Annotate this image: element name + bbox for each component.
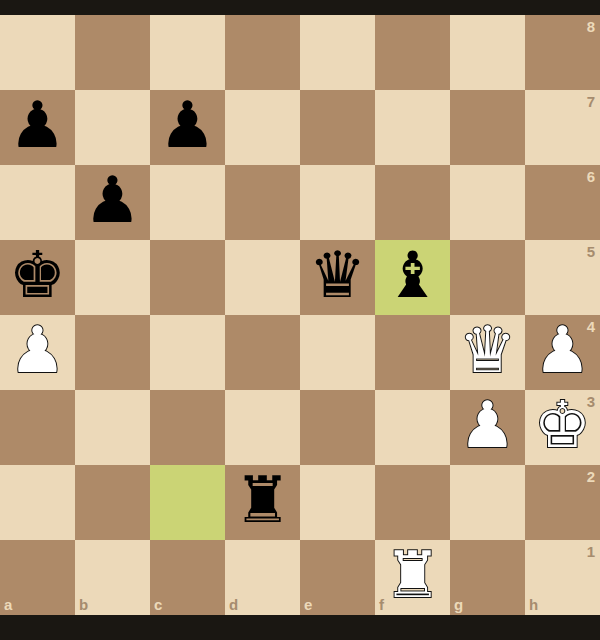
file-label-e: e [304,597,312,612]
white-pawn-icon[interactable]: ♟ [9,313,66,388]
rank-label-2: 2 [587,469,595,484]
square-f5[interactable]: ♝ [375,240,450,315]
square-c1[interactable]: c [150,540,225,615]
square-g3[interactable]: ♟ [450,390,525,465]
square-g1[interactable]: g [450,540,525,615]
square-g6[interactable] [450,165,525,240]
square-d4[interactable] [225,315,300,390]
rank-label-1: 1 [587,544,595,559]
black-queen-icon[interactable]: ♛ [309,238,366,313]
black-pawn-icon[interactable]: ♟ [84,163,141,238]
square-d1[interactable]: d [225,540,300,615]
square-f2[interactable] [375,465,450,540]
white-queen-icon[interactable]: ♛ [459,313,516,388]
square-b7[interactable] [75,90,150,165]
square-c8[interactable] [150,15,225,90]
square-b1[interactable]: b [75,540,150,615]
file-label-c: c [154,597,162,612]
square-c3[interactable] [150,390,225,465]
square-e1[interactable]: e [300,540,375,615]
square-d3[interactable] [225,390,300,465]
board-frame-top [0,0,600,15]
square-b8[interactable] [75,15,150,90]
square-e4[interactable] [300,315,375,390]
square-c5[interactable] [150,240,225,315]
square-b6[interactable]: ♟ [75,165,150,240]
square-g5[interactable] [450,240,525,315]
rank-label-7: 7 [587,94,595,109]
square-d8[interactable] [225,15,300,90]
square-d2[interactable]: ♜ [225,465,300,540]
square-h7[interactable]: 7 [525,90,600,165]
black-pawn-icon[interactable]: ♟ [159,88,216,163]
black-pawn-icon[interactable]: ♟ [9,88,66,163]
square-b4[interactable] [75,315,150,390]
rank-label-8: 8 [587,19,595,34]
square-h4[interactable]: 4♟ [525,315,600,390]
square-h5[interactable]: 5 [525,240,600,315]
square-e8[interactable] [300,15,375,90]
board-frame-bottom [0,615,600,640]
square-e2[interactable] [300,465,375,540]
square-a1[interactable]: a [0,540,75,615]
square-c7[interactable]: ♟ [150,90,225,165]
square-h6[interactable]: 6 [525,165,600,240]
white-rook-icon[interactable]: ♜ [384,538,441,613]
square-d7[interactable] [225,90,300,165]
file-label-b: b [79,597,88,612]
file-label-a: a [4,597,12,612]
square-c6[interactable] [150,165,225,240]
white-pawn-icon[interactable]: ♟ [459,388,516,463]
black-king-icon[interactable]: ♚ [9,238,66,313]
white-king-icon[interactable]: ♚ [534,388,591,463]
square-d5[interactable] [225,240,300,315]
square-a5[interactable]: ♚ [0,240,75,315]
square-e6[interactable] [300,165,375,240]
square-a8[interactable] [0,15,75,90]
rank-label-5: 5 [587,244,595,259]
square-h2[interactable]: 2 [525,465,600,540]
square-g7[interactable] [450,90,525,165]
file-label-g: g [454,597,463,612]
square-a2[interactable] [0,465,75,540]
square-a7[interactable]: ♟ [0,90,75,165]
square-c2[interactable] [150,465,225,540]
square-h1[interactable]: 1h [525,540,600,615]
square-e5[interactable]: ♛ [300,240,375,315]
square-f7[interactable] [375,90,450,165]
file-label-h: h [529,597,538,612]
chess-app: 8♟♟7♟6♚♛♝5♟♛4♟♟3♚♜2abcdef♜g1h [0,0,600,640]
square-g2[interactable] [450,465,525,540]
rank-label-6: 6 [587,169,595,184]
square-g8[interactable] [450,15,525,90]
square-f4[interactable] [375,315,450,390]
square-f1[interactable]: f♜ [375,540,450,615]
square-g4[interactable]: ♛ [450,315,525,390]
square-f8[interactable] [375,15,450,90]
square-a6[interactable] [0,165,75,240]
square-e3[interactable] [300,390,375,465]
square-h8[interactable]: 8 [525,15,600,90]
square-e7[interactable] [300,90,375,165]
square-b2[interactable] [75,465,150,540]
square-h3[interactable]: 3♚ [525,390,600,465]
black-rook-icon[interactable]: ♜ [234,463,291,538]
square-c4[interactable] [150,315,225,390]
square-b5[interactable] [75,240,150,315]
file-label-d: d [229,597,238,612]
black-bishop-icon[interactable]: ♝ [384,238,441,313]
square-b3[interactable] [75,390,150,465]
square-f3[interactable] [375,390,450,465]
square-a4[interactable]: ♟ [0,315,75,390]
square-a3[interactable] [0,390,75,465]
square-f6[interactable] [375,165,450,240]
square-d6[interactable] [225,165,300,240]
white-pawn-icon[interactable]: ♟ [534,313,591,388]
chess-board: 8♟♟7♟6♚♛♝5♟♛4♟♟3♚♜2abcdef♜g1h [0,15,600,615]
